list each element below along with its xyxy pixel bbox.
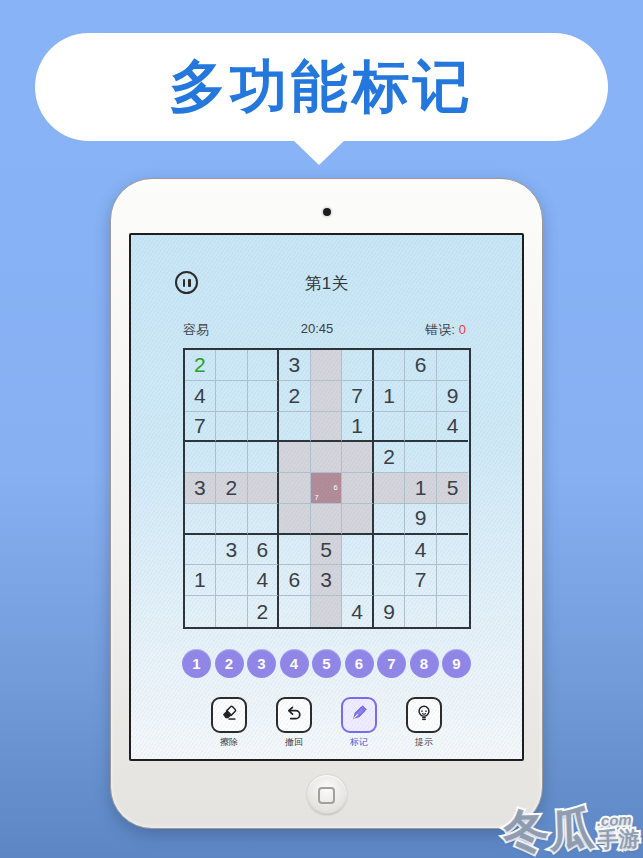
sudoku-cell[interactable] [374,350,406,381]
sudoku-cell[interactable] [311,381,343,412]
erase-label: 擦除 [220,736,238,749]
hint-label: 提示 [415,736,433,749]
timer-value: 20:45 [301,321,334,339]
sudoku-cell[interactable] [279,412,311,443]
sudoku-cell[interactable] [437,596,469,627]
sudoku-cell[interactable]: 1 [342,412,374,443]
sudoku-cell[interactable] [342,535,374,566]
sudoku-cell[interactable] [437,442,469,473]
tablet-frame: 第1关 容易 20:45 错误:0 2364271971423267159365… [110,178,543,829]
sudoku-cell[interactable]: 6 [405,350,437,381]
sudoku-cell[interactable] [279,596,311,627]
tool-erase: 擦除 [210,697,248,749]
hint-button[interactable] [406,697,442,733]
numpad-button-7[interactable]: 7 [377,649,406,678]
sudoku-cell[interactable] [248,412,280,443]
sudoku-cell[interactable] [311,442,343,473]
sudoku-cell[interactable]: 2 [216,473,248,504]
tool-mark: 标记 [340,697,378,749]
sudoku-cell[interactable]: 4 [405,535,437,566]
undo-label: 撤回 [285,736,303,749]
sudoku-cell[interactable]: 1 [374,381,406,412]
undo-icon [283,702,305,728]
sudoku-cell[interactable]: 1 [405,473,437,504]
sudoku-cell[interactable]: 4 [185,381,217,412]
sudoku-cell[interactable] [374,504,406,535]
sudoku-cell[interactable] [216,596,248,627]
undo-button[interactable] [276,697,312,733]
sudoku-cell[interactable] [279,504,311,535]
numpad-button-1[interactable]: 1 [182,649,211,678]
mark-button[interactable] [341,697,377,733]
sudoku-cell[interactable] [311,412,343,443]
sudoku-cell[interactable]: 3 [216,535,248,566]
numpad-button-2[interactable]: 2 [215,649,244,678]
sudoku-cell[interactable]: 4 [437,412,469,443]
sudoku-cell[interactable] [342,504,374,535]
sudoku-cell[interactable] [279,535,311,566]
sudoku-cell[interactable] [216,381,248,412]
sudoku-cell[interactable] [405,596,437,627]
sudoku-cell[interactable] [279,442,311,473]
sudoku-cell[interactable]: 6 [248,535,280,566]
sudoku-cell[interactable] [437,565,469,596]
sudoku-cell[interactable]: 1 [185,565,217,596]
watermark-tagline: 手游 [597,827,640,852]
game-header: 第1关 [131,269,522,297]
sudoku-cell[interactable] [437,535,469,566]
sudoku-cell[interactable] [374,535,406,566]
watermark-name: 冬瓜 [502,805,596,854]
home-button[interactable] [307,775,347,815]
numpad-button-8[interactable]: 8 [410,649,439,678]
sudoku-cell[interactable]: 4 [342,596,374,627]
sudoku-cell[interactable] [216,442,248,473]
mistakes: 错误:0 [425,321,466,339]
sudoku-cell[interactable]: 3 [185,473,217,504]
sudoku-cell[interactable]: 2 [185,350,217,381]
sudoku-cell[interactable] [185,596,217,627]
sudoku-cell[interactable] [311,596,343,627]
numpad-button-5[interactable]: 5 [312,649,341,678]
sudoku-cell[interactable] [342,350,374,381]
sudoku-cell[interactable]: 5 [311,535,343,566]
sudoku-cell[interactable]: 2 [374,442,406,473]
sudoku-cell[interactable] [279,473,311,504]
sudoku-cell[interactable]: 5 [437,473,469,504]
sudoku-cell[interactable] [248,473,280,504]
numpad-button-9[interactable]: 9 [442,649,471,678]
sudoku-grid: 2364271971423267159365414637249 [183,348,471,629]
sudoku-cell[interactable]: 7 [405,565,437,596]
sudoku-cell[interactable] [437,504,469,535]
banner-bubble-tail [292,139,346,165]
sudoku-cell[interactable] [405,381,437,412]
pen-icon [348,702,370,728]
sudoku-cell[interactable] [342,565,374,596]
sudoku-cell[interactable] [374,473,406,504]
sudoku-cell[interactable]: 9 [437,381,469,412]
page-title: 第1关 [131,272,522,295]
difficulty-label: 容易 [183,321,209,339]
erase-button[interactable] [211,697,247,733]
sudoku-cell[interactable]: 67 [311,473,343,504]
sudoku-cell[interactable] [248,381,280,412]
sudoku-cell[interactable]: 7 [185,412,217,443]
sudoku-cell[interactable] [216,504,248,535]
mistakes-value: 0 [459,322,466,337]
tool-hint: 提示 [405,697,443,749]
number-pad: 123456789 [131,649,522,678]
sudoku-cell[interactable] [216,565,248,596]
sudoku-cell[interactable]: 3 [311,565,343,596]
mark-label: 标记 [350,736,368,749]
sudoku-cell[interactable]: 2 [279,381,311,412]
sudoku-cell[interactable] [185,442,217,473]
numpad-button-3[interactable]: 3 [247,649,276,678]
sudoku-cell[interactable]: 9 [405,504,437,535]
numpad-button-6[interactable]: 6 [345,649,374,678]
sudoku-cell[interactable] [437,350,469,381]
bulb-icon [413,702,435,728]
sudoku-cell[interactable] [374,412,406,443]
sudoku-cell[interactable] [405,442,437,473]
sudoku-cell[interactable] [216,350,248,381]
tool-undo: 撤回 [275,697,313,749]
camera-icon [323,208,331,216]
sudoku-cell[interactable]: 7 [342,381,374,412]
pencil-notes: 67 [312,474,341,502]
sudoku-cell[interactable] [248,504,280,535]
eraser-icon [218,702,240,728]
sudoku-cell[interactable]: 2 [248,596,280,627]
mistakes-label: 错误: [425,322,455,337]
page-background: 多功能标记 第1关 容易 20:45 错误:0 2364271971423267… [0,0,643,858]
sudoku-cell[interactable]: 9 [374,596,406,627]
status-row: 容易 20:45 错误:0 [131,321,522,339]
sudoku-cell[interactable] [342,442,374,473]
sudoku-cell[interactable] [342,473,374,504]
banner-text: 多功能标记 [169,49,474,126]
sudoku-cell[interactable] [185,535,217,566]
sudoku-cell[interactable] [405,412,437,443]
sudoku-cell[interactable] [311,350,343,381]
sudoku-cell[interactable] [185,504,217,535]
game-screen: 第1关 容易 20:45 错误:0 2364271971423267159365… [129,233,524,761]
toolbar: 擦除 撤回 [131,697,522,749]
sudoku-cell[interactable]: 4 [248,565,280,596]
sudoku-cell[interactable]: 6 [279,565,311,596]
home-button-icon [318,787,335,804]
watermark-suffix: .com [596,812,632,828]
sudoku-cell[interactable] [374,565,406,596]
watermark-logo: 冬瓜 .com 手游 [502,804,640,855]
sudoku-cell[interactable] [311,504,343,535]
sudoku-cell[interactable] [216,412,248,443]
sudoku-cell[interactable] [248,350,280,381]
sudoku-cell[interactable]: 3 [279,350,311,381]
numpad-button-4[interactable]: 4 [280,649,309,678]
sudoku-cell[interactable] [248,442,280,473]
banner-bubble: 多功能标记 [35,33,608,141]
